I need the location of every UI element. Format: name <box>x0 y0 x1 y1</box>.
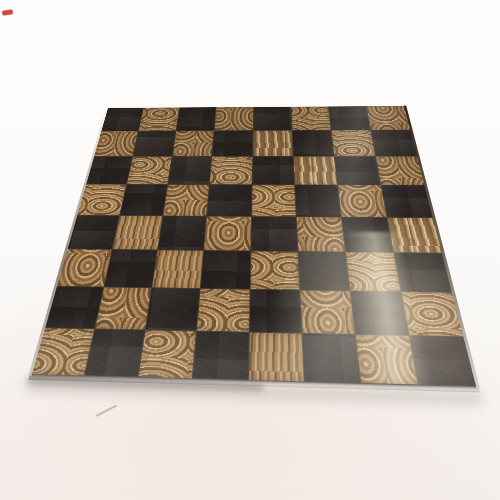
board-square[interactable] <box>376 157 424 185</box>
board-square[interactable] <box>366 106 410 130</box>
board-square[interactable] <box>139 108 180 131</box>
board-square[interactable] <box>293 157 337 185</box>
board-square[interactable] <box>291 107 331 131</box>
board-square[interactable] <box>252 157 294 185</box>
board-square[interactable] <box>342 217 393 252</box>
board-square[interactable] <box>78 185 127 215</box>
board-square[interactable] <box>133 131 176 156</box>
board-square[interactable] <box>251 216 297 250</box>
board-square[interactable] <box>95 287 151 329</box>
board-square[interactable] <box>248 332 303 381</box>
board-square[interactable] <box>346 252 400 291</box>
board-square[interactable] <box>334 157 380 185</box>
board-square[interactable] <box>139 330 197 378</box>
board-square[interactable] <box>329 106 371 130</box>
board-square[interactable] <box>212 131 252 156</box>
background-scratch <box>96 405 117 417</box>
board-square[interactable] <box>215 107 253 130</box>
board-square[interactable] <box>249 289 301 332</box>
board-grid <box>32 106 476 386</box>
board-square[interactable] <box>253 107 291 131</box>
board-square[interactable] <box>331 130 375 156</box>
board-square[interactable] <box>153 250 204 288</box>
board-square[interactable] <box>338 185 386 216</box>
board-square[interactable] <box>168 157 211 185</box>
board-square[interactable] <box>350 291 408 335</box>
board-square[interactable] <box>292 131 333 157</box>
board-square[interactable] <box>85 329 145 377</box>
board-square[interactable] <box>295 185 341 216</box>
board-square[interactable] <box>201 251 250 289</box>
board-square[interactable] <box>300 290 354 334</box>
chess-board <box>32 106 476 386</box>
red-mark <box>2 9 14 15</box>
board-square[interactable] <box>250 251 299 289</box>
board-square[interactable] <box>173 131 214 156</box>
board-square[interactable] <box>105 250 158 288</box>
board-square[interactable] <box>94 131 138 156</box>
board-square[interactable] <box>101 108 143 131</box>
board-square[interactable] <box>210 157 252 185</box>
board-square[interactable] <box>86 157 132 184</box>
board-square[interactable] <box>193 331 248 379</box>
board-square[interactable] <box>356 335 418 385</box>
board-square[interactable] <box>296 217 344 252</box>
board-square[interactable] <box>158 216 206 250</box>
board-square[interactable] <box>177 107 216 130</box>
board-square[interactable] <box>164 185 210 216</box>
board-square[interactable] <box>252 185 296 216</box>
board-square[interactable] <box>253 131 293 157</box>
board-square[interactable] <box>146 288 200 331</box>
board-square[interactable] <box>371 130 417 156</box>
board-square[interactable] <box>127 157 172 185</box>
board-square[interactable] <box>207 185 251 216</box>
board-square[interactable] <box>120 185 167 215</box>
board-square[interactable] <box>302 334 360 383</box>
board-square[interactable] <box>298 252 349 291</box>
board-square[interactable] <box>113 216 163 250</box>
photo-background <box>0 0 500 500</box>
board-square[interactable] <box>204 216 250 250</box>
board-square[interactable] <box>197 289 249 332</box>
